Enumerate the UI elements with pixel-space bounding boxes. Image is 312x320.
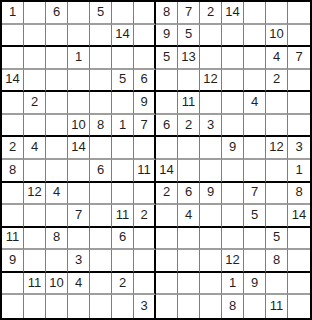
cell-r6c3[interactable]	[46, 115, 68, 138]
cell-r6c10: 3	[200, 115, 222, 138]
cell-r3c8: 5	[156, 47, 178, 70]
cell-r7c7[interactable]	[134, 137, 156, 160]
cell-r3c12[interactable]	[244, 47, 266, 70]
cell-r10c6: 11	[112, 205, 134, 228]
cell-r9c14: 8	[288, 183, 310, 206]
cell-r10c11[interactable]	[222, 205, 244, 228]
cell-r4c8[interactable]	[156, 70, 178, 93]
cell-r6c14[interactable]	[288, 115, 310, 138]
cell-r1c9: 7	[178, 2, 200, 25]
cell-r12c9[interactable]	[178, 250, 200, 273]
cell-r13c1[interactable]	[2, 273, 24, 296]
cell-r8c11[interactable]	[222, 160, 244, 183]
cell-r1c6[interactable]	[112, 2, 134, 25]
cell-r12c3[interactable]	[46, 250, 68, 273]
cell-r14c11: 8	[222, 295, 244, 318]
cell-r2c9: 5	[178, 25, 200, 48]
cell-r14c3[interactable]	[46, 295, 68, 318]
cell-r1c5: 5	[90, 2, 112, 25]
cell-r12c12[interactable]	[244, 250, 266, 273]
cell-r8c2[interactable]	[24, 160, 46, 183]
cell-r7c4: 14	[68, 137, 90, 160]
cell-r12c4: 3	[68, 250, 90, 273]
cell-r2c11[interactable]	[222, 25, 244, 48]
cell-r9c5[interactable]	[90, 183, 112, 206]
cell-r2c13: 10	[266, 25, 288, 48]
cell-r11c5[interactable]	[90, 228, 112, 251]
cell-r5c4[interactable]	[68, 92, 90, 115]
cell-r12c2[interactable]	[24, 250, 46, 273]
cell-r11c9[interactable]	[178, 228, 200, 251]
cell-r10c9: 4	[178, 205, 200, 228]
cell-r6c13[interactable]	[266, 115, 288, 138]
cell-r11c14[interactable]	[288, 228, 310, 251]
cell-r3c6[interactable]	[112, 47, 134, 70]
cell-r11c10[interactable]	[200, 228, 222, 251]
cell-r1c4[interactable]	[68, 2, 90, 25]
cell-r10c13[interactable]	[266, 205, 288, 228]
cell-r7c2: 4	[24, 137, 46, 160]
cell-r12c14[interactable]	[288, 250, 310, 273]
cell-r6c11[interactable]	[222, 115, 244, 138]
cell-r10c12: 5	[244, 205, 266, 228]
cell-r7c6[interactable]	[112, 137, 134, 160]
cell-r13c4: 4	[68, 273, 90, 296]
cell-r14c14[interactable]	[288, 295, 310, 318]
cell-r8c6[interactable]	[112, 160, 134, 183]
cell-r1c3: 6	[46, 2, 68, 25]
cell-r4c11[interactable]	[222, 70, 244, 93]
cell-r11c3: 8	[46, 228, 68, 251]
cell-r10c3[interactable]	[46, 205, 68, 228]
cell-r3c1[interactable]	[2, 47, 24, 70]
cell-r10c10[interactable]	[200, 205, 222, 228]
cell-r9c8: 2	[156, 183, 178, 206]
cell-r10c14: 14	[288, 205, 310, 228]
cell-r1c12[interactable]	[244, 2, 266, 25]
cell-r4c12[interactable]	[244, 70, 266, 93]
cell-r2c12[interactable]	[244, 25, 266, 48]
cell-r3c5[interactable]	[90, 47, 112, 70]
cell-r14c9[interactable]	[178, 295, 200, 318]
cell-r4c3[interactable]	[46, 70, 68, 93]
cell-r11c8[interactable]	[156, 228, 178, 251]
cell-r1c11: 14	[222, 2, 244, 25]
cell-r2c1[interactable]	[2, 25, 24, 48]
cell-r9c11[interactable]	[222, 183, 244, 206]
cell-r6c9: 2	[178, 115, 200, 138]
cell-r8c3[interactable]	[46, 160, 68, 183]
cell-r9c7[interactable]	[134, 183, 156, 206]
cell-r4c4[interactable]	[68, 70, 90, 93]
cell-r5c2: 2	[24, 92, 46, 115]
cell-r6c7: 7	[134, 115, 156, 138]
cell-r5c14[interactable]	[288, 92, 310, 115]
cell-r12c8[interactable]	[156, 250, 178, 273]
cell-r1c10: 2	[200, 2, 222, 25]
cell-r6c6: 1	[112, 115, 134, 138]
cell-r7c11: 9	[222, 137, 244, 160]
cell-r12c1: 9	[2, 250, 24, 273]
cell-r8c1: 8	[2, 160, 24, 183]
cell-r12c10[interactable]	[200, 250, 222, 273]
cell-r10c1[interactable]	[2, 205, 24, 228]
cell-r6c2[interactable]	[24, 115, 46, 138]
cell-r1c1: 1	[2, 2, 24, 25]
cell-r7c5[interactable]	[90, 137, 112, 160]
cell-r5c10[interactable]	[200, 92, 222, 115]
cell-r6c12[interactable]	[244, 115, 266, 138]
cell-r3c14: 7	[288, 47, 310, 70]
cell-r13c6: 2	[112, 273, 134, 296]
cell-r8c13[interactable]	[266, 160, 288, 183]
cell-r4c5[interactable]	[90, 70, 112, 93]
cell-r8c10[interactable]	[200, 160, 222, 183]
cell-r14c6[interactable]	[112, 295, 134, 318]
cell-r9c1[interactable]	[2, 183, 24, 206]
cell-r9c4[interactable]	[68, 183, 90, 206]
cell-r13c13[interactable]	[266, 273, 288, 296]
cell-r5c13[interactable]	[266, 92, 288, 115]
cell-r4c13: 2	[266, 70, 288, 93]
cell-r7c10[interactable]	[200, 137, 222, 160]
cell-r9c3: 4	[46, 183, 68, 206]
cell-r11c13: 5	[266, 228, 288, 251]
cell-r2c4[interactable]	[68, 25, 90, 48]
cell-r7c8[interactable]	[156, 137, 178, 160]
cell-r6c4: 10	[68, 115, 90, 138]
cell-r4c7: 6	[134, 70, 156, 93]
cell-r2c5[interactable]	[90, 25, 112, 48]
cell-r14c8[interactable]	[156, 295, 178, 318]
cell-r10c7: 2	[134, 205, 156, 228]
cell-r12c5[interactable]	[90, 250, 112, 273]
cell-r1c7[interactable]	[134, 2, 156, 25]
cell-r7c3[interactable]	[46, 137, 68, 160]
cell-r8c7: 11	[134, 160, 156, 183]
cell-r7c13: 12	[266, 137, 288, 160]
cell-r5c9: 11	[178, 92, 200, 115]
cell-r9c2: 12	[24, 183, 46, 206]
cell-r11c4[interactable]	[68, 228, 90, 251]
cell-r7c14: 3	[288, 137, 310, 160]
cell-r13c9[interactable]	[178, 273, 200, 296]
cell-r14c5[interactable]	[90, 295, 112, 318]
cell-r14c12[interactable]	[244, 295, 266, 318]
cell-r5c8[interactable]	[156, 92, 178, 115]
cell-r8c4[interactable]	[68, 160, 90, 183]
cell-r4c14[interactable]	[288, 70, 310, 93]
cell-r9c10: 9	[200, 183, 222, 206]
cell-r4c2[interactable]	[24, 70, 46, 93]
cell-r5c11[interactable]	[222, 92, 244, 115]
cell-r7c12[interactable]	[244, 137, 266, 160]
cell-r11c1: 11	[2, 228, 24, 251]
cell-r4c9[interactable]	[178, 70, 200, 93]
cell-r11c12[interactable]	[244, 228, 266, 251]
cell-r8c5: 6	[90, 160, 112, 183]
cell-r10c2[interactable]	[24, 205, 46, 228]
cell-r13c11: 1	[222, 273, 244, 296]
cell-r8c14: 1	[288, 160, 310, 183]
cell-r11c2[interactable]	[24, 228, 46, 251]
cell-r3c7[interactable]	[134, 47, 156, 70]
cell-r14c13: 11	[266, 295, 288, 318]
cell-r2c7[interactable]	[134, 25, 156, 48]
cell-r5c12: 4	[244, 92, 266, 115]
cell-r13c10[interactable]	[200, 273, 222, 296]
cell-r7c1: 2	[2, 137, 24, 160]
cell-r14c7: 3	[134, 295, 156, 318]
cell-r12c6[interactable]	[112, 250, 134, 273]
cell-r14c2[interactable]	[24, 295, 46, 318]
cell-r6c5: 8	[90, 115, 112, 138]
cell-r10c8[interactable]	[156, 205, 178, 228]
cell-r5c7: 9	[134, 92, 156, 115]
cell-r10c4: 7	[68, 205, 90, 228]
cell-r10c5[interactable]	[90, 205, 112, 228]
cell-r9c6[interactable]	[112, 183, 134, 206]
cell-r14c1[interactable]	[2, 295, 24, 318]
cell-r2c14[interactable]	[288, 25, 310, 48]
cell-r14c4[interactable]	[68, 295, 90, 318]
cell-r3c3[interactable]	[46, 47, 68, 70]
cell-r5c5[interactable]	[90, 92, 112, 115]
cell-r6c8: 6	[156, 115, 178, 138]
cell-r3c9: 13	[178, 47, 200, 70]
cell-r2c2[interactable]	[24, 25, 46, 48]
cell-r12c13: 8	[266, 250, 288, 273]
sudoku-board: 1658721414951015134714561222911410817623…	[0, 0, 312, 320]
cell-r3c2[interactable]	[24, 47, 46, 70]
cell-r2c6: 14	[112, 25, 134, 48]
cell-r5c3[interactable]	[46, 92, 68, 115]
cell-r2c3[interactable]	[46, 25, 68, 48]
cell-r13c5[interactable]	[90, 273, 112, 296]
cell-r3c11[interactable]	[222, 47, 244, 70]
cell-r4c6: 5	[112, 70, 134, 93]
cell-r6c1[interactable]	[2, 115, 24, 138]
cell-r5c1[interactable]	[2, 92, 24, 115]
cell-r2c8: 9	[156, 25, 178, 48]
cell-r13c7[interactable]	[134, 273, 156, 296]
cell-r13c2: 11	[24, 273, 46, 296]
cell-r3c13: 4	[266, 47, 288, 70]
cell-r11c7[interactable]	[134, 228, 156, 251]
cell-r1c8: 8	[156, 2, 178, 25]
cell-r14c10[interactable]	[200, 295, 222, 318]
cell-r8c9[interactable]	[178, 160, 200, 183]
cell-r5c6[interactable]	[112, 92, 134, 115]
cell-r4c10: 12	[200, 70, 222, 93]
cell-r13c14[interactable]	[288, 273, 310, 296]
cell-r1c13[interactable]	[266, 2, 288, 25]
cell-r13c12: 9	[244, 273, 266, 296]
cell-r12c7[interactable]	[134, 250, 156, 273]
cell-r13c8[interactable]	[156, 273, 178, 296]
cell-r12c11: 12	[222, 250, 244, 273]
cell-r9c9: 6	[178, 183, 200, 206]
cell-r11c11[interactable]	[222, 228, 244, 251]
cell-r9c13[interactable]	[266, 183, 288, 206]
cell-r2c10[interactable]	[200, 25, 222, 48]
cell-r8c8: 14	[156, 160, 178, 183]
cell-r11c6: 6	[112, 228, 134, 251]
cell-r3c10[interactable]	[200, 47, 222, 70]
cell-r8c12[interactable]	[244, 160, 266, 183]
cell-r7c9[interactable]	[178, 137, 200, 160]
cell-r4c1: 14	[2, 70, 24, 93]
cell-r1c14[interactable]	[288, 2, 310, 25]
cell-r3c4: 1	[68, 47, 90, 70]
cell-r1c2[interactable]	[24, 2, 46, 25]
cell-r9c12: 7	[244, 183, 266, 206]
cell-r13c3: 10	[46, 273, 68, 296]
